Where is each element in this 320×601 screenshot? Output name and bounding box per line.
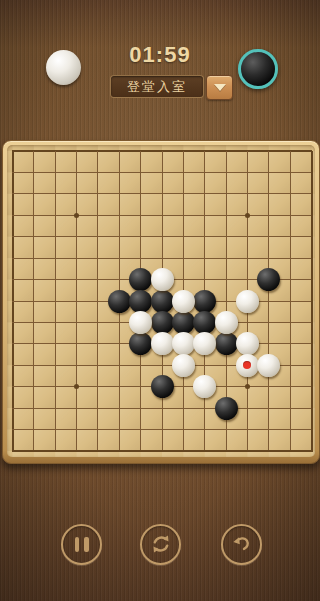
white-stone [129, 311, 152, 334]
black-stone [151, 290, 174, 313]
black-stone [129, 332, 152, 355]
star-point [74, 384, 79, 389]
white-player-stone [46, 50, 81, 85]
pause-button[interactable] [61, 524, 102, 565]
pause-icon [63, 537, 100, 552]
black-stone [193, 290, 216, 313]
black-player-stone turn-indicator-ring [238, 49, 278, 89]
white-stone [172, 290, 195, 313]
undo-icon [231, 533, 253, 555]
grid-line [12, 450, 312, 452]
white-stone [172, 354, 195, 377]
grid-line [12, 429, 312, 430]
black-stone [172, 311, 195, 334]
grid-line [290, 151, 291, 452]
game-board[interactable] [2, 140, 320, 464]
white-stone [151, 268, 174, 291]
white-stone [257, 354, 280, 377]
black-stone [108, 290, 131, 313]
dropdown-arrow-button[interactable] [206, 75, 233, 100]
star-point [74, 213, 79, 218]
white-stone [236, 354, 259, 377]
black-stone [151, 311, 174, 334]
white-stone [193, 375, 216, 398]
black-stone [129, 268, 152, 291]
star-point [245, 384, 250, 389]
black-stone [215, 332, 238, 355]
white-stone [236, 332, 259, 355]
last-move-marker [243, 361, 251, 369]
black-stone [215, 397, 238, 420]
chevron-down-icon [214, 84, 226, 91]
undo-button[interactable] [221, 524, 262, 565]
white-stone [151, 332, 174, 355]
level-label: 登堂入室 [111, 76, 203, 97]
white-stone [193, 332, 216, 355]
level-dropdown[interactable]: 登堂入室 [110, 75, 204, 98]
grid-line [268, 151, 269, 452]
black-stone [193, 311, 216, 334]
star-point [245, 213, 250, 218]
black-stone [257, 268, 280, 291]
grid-line [12, 408, 312, 409]
white-stone [236, 290, 259, 313]
restart-button[interactable] [140, 524, 181, 565]
restart-icon [150, 533, 172, 555]
board-grid[interactable] [7, 145, 315, 457]
black-stone [151, 375, 174, 398]
grid-line [311, 151, 313, 452]
white-stone [215, 311, 238, 334]
white-stone [172, 332, 195, 355]
black-stone [129, 290, 152, 313]
